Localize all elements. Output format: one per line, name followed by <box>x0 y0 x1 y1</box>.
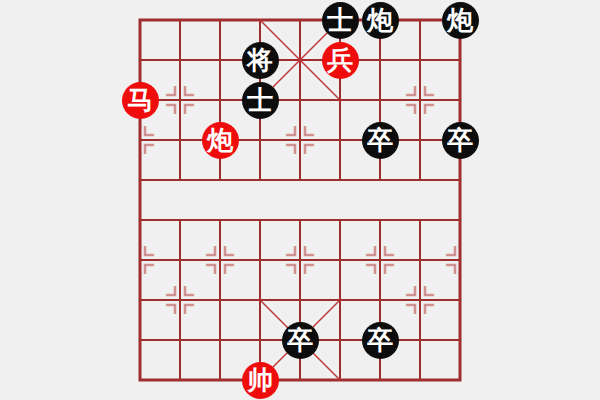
black-soldier[interactable]: 卒 <box>442 122 479 159</box>
board-intersections: 士炮炮将兵马士炮卒卒卒卒帅 <box>120 0 480 400</box>
black-soldier[interactable]: 卒 <box>362 322 399 359</box>
red-cannon[interactable]: 炮 <box>202 122 239 159</box>
xiangqi-board: 士炮炮将兵马士炮卒卒卒卒帅 <box>0 0 600 400</box>
black-advisor[interactable]: 士 <box>322 2 359 39</box>
black-soldier[interactable]: 卒 <box>282 322 319 359</box>
black-cannon[interactable]: 炮 <box>362 2 399 39</box>
red-soldier[interactable]: 兵 <box>322 42 359 79</box>
red-horse[interactable]: 马 <box>122 82 159 119</box>
red-general[interactable]: 帅 <box>242 362 279 399</box>
black-advisor[interactable]: 士 <box>242 82 279 119</box>
black-general[interactable]: 将 <box>242 42 279 79</box>
black-cannon[interactable]: 炮 <box>442 2 479 39</box>
black-soldier[interactable]: 卒 <box>362 122 399 159</box>
